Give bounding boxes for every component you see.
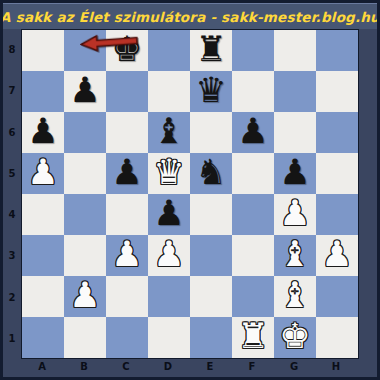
square-h2[interactable] [316,276,358,317]
square-b2[interactable]: ♟ [64,276,106,317]
square-h8[interactable] [316,30,358,71]
chess-app-window: A sakk az Élet szimulátora - sakk-mester… [0,0,380,380]
white-pawn-c3[interactable]: ♟ [111,237,142,272]
rank-label-7: 7 [3,70,21,111]
square-f6[interactable]: ♟ [232,112,274,153]
board-area: 87654321 ♚♜♟♛♟♝♟♟♟♛♞♟♟♟♟♟♝♟♟♝♜♚ [3,29,377,359]
square-e6[interactable] [190,112,232,153]
black-bishop-d6[interactable]: ♝ [153,114,184,149]
square-b8[interactable] [64,30,106,71]
chess-board: ♚♜♟♛♟♝♟♟♟♛♞♟♟♟♟♟♝♟♟♝♜♚ [21,29,359,359]
square-d3[interactable]: ♟ [148,235,190,276]
white-bishop-g2[interactable]: ♝ [279,278,310,313]
white-pawn-d3[interactable]: ♟ [153,237,184,272]
square-e5[interactable]: ♞ [190,153,232,194]
white-pawn-a5[interactable]: ♟ [27,155,58,190]
square-c7[interactable] [106,71,148,112]
square-h5[interactable] [316,153,358,194]
square-f7[interactable] [232,71,274,112]
rank-label-8: 8 [3,29,21,70]
square-a5[interactable]: ♟ [22,153,64,194]
square-e8[interactable]: ♜ [190,30,232,71]
rank-label-4: 4 [3,194,21,235]
square-b1[interactable] [64,317,106,358]
square-e2[interactable] [190,276,232,317]
square-g1[interactable]: ♚ [274,317,316,358]
square-c4[interactable] [106,194,148,235]
black-pawn-f6[interactable]: ♟ [237,114,268,149]
white-rook-f1[interactable]: ♜ [237,319,268,354]
square-g4[interactable]: ♟ [274,194,316,235]
square-h3[interactable]: ♟ [316,235,358,276]
square-a2[interactable] [22,276,64,317]
square-h7[interactable] [316,71,358,112]
square-g2[interactable]: ♝ [274,276,316,317]
square-a8[interactable] [22,30,64,71]
black-pawn-d4[interactable]: ♟ [153,196,184,231]
black-rook-e8[interactable]: ♜ [195,32,226,67]
black-pawn-g5[interactable]: ♟ [279,155,310,190]
square-g8[interactable] [274,30,316,71]
square-d4[interactable]: ♟ [148,194,190,235]
square-d8[interactable] [148,30,190,71]
square-f4[interactable] [232,194,274,235]
white-king-g1[interactable]: ♚ [279,319,310,354]
white-bishop-g3[interactable]: ♝ [279,237,310,272]
square-b5[interactable] [64,153,106,194]
square-c8[interactable]: ♚ [106,30,148,71]
square-g3[interactable]: ♝ [274,235,316,276]
square-b3[interactable] [64,235,106,276]
square-a7[interactable] [22,71,64,112]
square-e1[interactable] [190,317,232,358]
rank-label-6: 6 [3,112,21,153]
square-b6[interactable] [64,112,106,153]
file-label-e: E [189,359,231,374]
black-knight-e5[interactable]: ♞ [195,155,226,190]
square-d7[interactable] [148,71,190,112]
square-f8[interactable] [232,30,274,71]
file-label-b: B [63,359,105,374]
square-g7[interactable] [274,71,316,112]
square-d1[interactable] [148,317,190,358]
square-f3[interactable] [232,235,274,276]
square-f2[interactable] [232,276,274,317]
square-e3[interactable] [190,235,232,276]
square-a3[interactable] [22,235,64,276]
black-queen-e7[interactable]: ♛ [195,73,226,108]
black-pawn-a6[interactable]: ♟ [27,114,58,149]
file-label-c: C [105,359,147,374]
black-pawn-c5[interactable]: ♟ [111,155,142,190]
rank-label-3: 3 [3,235,21,276]
square-e4[interactable] [190,194,232,235]
square-d2[interactable] [148,276,190,317]
square-f1[interactable]: ♜ [232,317,274,358]
square-a6[interactable]: ♟ [22,112,64,153]
file-label-a: A [21,359,63,374]
rank-label-2: 2 [3,277,21,318]
square-c6[interactable] [106,112,148,153]
page-title: A sakk az Élet szimulátora - sakk-mester… [0,9,380,25]
file-label-h: H [315,359,357,374]
black-pawn-b7[interactable]: ♟ [69,73,100,108]
square-f5[interactable] [232,153,274,194]
square-d5[interactable]: ♛ [148,153,190,194]
square-d6[interactable]: ♝ [148,112,190,153]
board-frame: ♚♜♟♛♟♝♟♟♟♛♞♟♟♟♟♟♝♟♟♝♜♚ [21,29,359,359]
white-pawn-g4[interactable]: ♟ [279,196,310,231]
square-h6[interactable] [316,112,358,153]
square-b4[interactable] [64,194,106,235]
rank-labels: 87654321 [3,29,21,359]
white-pawn-b2[interactable]: ♟ [69,278,100,313]
square-c5[interactable]: ♟ [106,153,148,194]
square-b7[interactable]: ♟ [64,71,106,112]
black-king-c8[interactable]: ♚ [111,32,142,67]
square-c1[interactable] [106,317,148,358]
square-g6[interactable] [274,112,316,153]
title-bar: A sakk az Élet szimulátora - sakk-mester… [3,3,377,29]
square-g5[interactable]: ♟ [274,153,316,194]
square-h4[interactable] [316,194,358,235]
file-label-f: F [231,359,273,374]
square-c3[interactable]: ♟ [106,235,148,276]
square-e7[interactable]: ♛ [190,71,232,112]
white-pawn-h3[interactable]: ♟ [321,237,352,272]
file-label-d: D [147,359,189,374]
square-a1[interactable] [22,317,64,358]
file-label-g: G [273,359,315,374]
square-c2[interactable] [106,276,148,317]
square-h1[interactable] [316,317,358,358]
square-a4[interactable] [22,194,64,235]
file-labels: ABCDEFGH [3,359,377,374]
white-queen-d5[interactable]: ♛ [153,155,184,190]
rank-label-1: 1 [3,318,21,359]
rank-label-5: 5 [3,153,21,194]
